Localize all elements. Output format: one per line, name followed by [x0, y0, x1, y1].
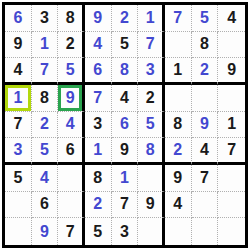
entered-digit: 2	[40, 116, 49, 132]
given-digit: 3	[40, 10, 49, 26]
cell-r2c2[interactable]: 1	[32, 32, 59, 59]
cell-r5c6[interactable]: 5	[138, 112, 165, 139]
given-digit: 6	[66, 142, 75, 158]
cell-r4c9[interactable]	[218, 85, 245, 112]
highlighted-cell-r4c1[interactable]: 1	[5, 85, 32, 112]
given-digit: 9	[120, 142, 129, 158]
entered-digit: 1	[120, 170, 129, 186]
cell-r3c1[interactable]: 4	[5, 58, 32, 85]
cell-r7c9[interactable]	[218, 165, 245, 192]
cell-r9c9[interactable]	[218, 218, 245, 245]
cell-r3c6[interactable]: 3	[138, 58, 165, 85]
cell-r2c4[interactable]: 4	[85, 32, 112, 59]
cell-r5c3[interactable]: 4	[58, 112, 85, 139]
entered-digit: 1	[93, 142, 102, 158]
cell-r5c8[interactable]: 9	[192, 112, 219, 139]
cell-r7c7[interactable]: 9	[165, 165, 192, 192]
cell-r9c5[interactable]: 3	[112, 218, 139, 245]
given-digit: 7	[200, 170, 209, 186]
cell-r3c9[interactable]: 9	[218, 58, 245, 85]
given-digit: 9	[173, 170, 182, 186]
cell-r4c5[interactable]: 4	[112, 85, 139, 112]
given-digit: 5	[13, 170, 22, 186]
given-digit: 4	[13, 62, 22, 78]
entered-digit: 5	[40, 142, 49, 158]
entered-digit: 9	[40, 224, 49, 240]
cell-r3c8[interactable]: 2	[192, 58, 219, 85]
cell-r9c8[interactable]	[192, 218, 219, 245]
entered-digit: 2	[120, 10, 129, 26]
cell-r1c9[interactable]: 4	[218, 5, 245, 32]
given-digit: 5	[120, 36, 129, 52]
cell-r5c5[interactable]: 6	[112, 112, 139, 139]
cell-r7c3[interactable]	[58, 165, 85, 192]
cell-r5c9[interactable]: 1	[218, 112, 245, 139]
cell-r3c5[interactable]: 8	[112, 58, 139, 85]
entered-digit: 1	[146, 10, 155, 26]
given-digit: 9	[146, 196, 155, 212]
cell-r3c2[interactable]: 7	[32, 58, 59, 85]
entered-digit: 6	[13, 10, 22, 26]
entered-digit: 7	[173, 10, 182, 26]
given-digit: 4	[227, 10, 236, 26]
entered-digit: 7	[146, 36, 155, 52]
cell-r5c1[interactable]: 7	[5, 112, 32, 139]
cell-r9c6[interactable]	[138, 218, 165, 245]
entered-digit: 7	[40, 62, 49, 78]
entered-digit: 4	[93, 36, 102, 52]
given-digit: 6	[40, 196, 49, 212]
cell-r9c7[interactable]	[165, 218, 192, 245]
cell-r4c6[interactable]: 2	[138, 85, 165, 112]
given-digit: 9	[227, 62, 236, 78]
cell-r9c1[interactable]	[5, 218, 32, 245]
cell-r4c7[interactable]	[165, 85, 192, 112]
given-digit: 2	[66, 36, 75, 52]
entered-digit: 2	[93, 196, 102, 212]
given-digit: 8	[40, 90, 49, 106]
given-digit: 3	[120, 224, 129, 240]
given-digit: 7	[13, 116, 22, 132]
cell-r6c4[interactable]: 1	[85, 138, 112, 165]
cell-r1c4[interactable]: 9	[85, 5, 112, 32]
cell-r5c2[interactable]: 2	[32, 112, 59, 139]
given-digit: 2	[146, 90, 155, 106]
entered-digit: 5	[200, 10, 209, 26]
cell-r8c2[interactable]: 6	[32, 192, 59, 219]
cell-r8c9[interactable]	[218, 192, 245, 219]
cell-r3c7[interactable]: 1	[165, 58, 192, 85]
given-digit: 7	[227, 142, 236, 158]
entered-digit: 9	[93, 10, 102, 26]
cell-r8c1[interactable]	[5, 192, 32, 219]
cell-r2c7[interactable]	[165, 32, 192, 59]
cell-r7c5[interactable]: 1	[112, 165, 139, 192]
given-digit: 4	[200, 142, 209, 158]
cell-r6c6[interactable]: 8	[138, 138, 165, 165]
cell-r8c7[interactable]: 4	[165, 192, 192, 219]
cell-r1c1[interactable]: 6	[5, 5, 32, 32]
given-digit: 8	[173, 116, 182, 132]
cell-r7c4[interactable]: 8	[85, 165, 112, 192]
cell-r2c8[interactable]: 8	[192, 32, 219, 59]
cell-r6c5[interactable]: 9	[112, 138, 139, 165]
cell-r8c5[interactable]: 7	[112, 192, 139, 219]
cell-r7c1[interactable]: 5	[5, 165, 32, 192]
given-digit: 8	[66, 10, 75, 26]
cell-r6c9[interactable]: 7	[218, 138, 245, 165]
cell-r1c6[interactable]: 1	[138, 5, 165, 32]
cell-r6c7[interactable]: 2	[165, 138, 192, 165]
cell-r7c8[interactable]: 7	[192, 165, 219, 192]
cell-r4c2[interactable]: 8	[32, 85, 59, 112]
cell-r2c6[interactable]: 7	[138, 32, 165, 59]
entered-digit: 8	[146, 142, 155, 158]
entered-digit: 2	[173, 142, 182, 158]
given-digit: 8	[93, 170, 102, 186]
cell-r2c5[interactable]: 5	[112, 32, 139, 59]
entered-digit: 4	[40, 170, 49, 186]
cell-r9c3[interactable]: 7	[58, 218, 85, 245]
cell-r2c3[interactable]: 2	[58, 32, 85, 59]
entered-digit: 4	[66, 116, 75, 132]
given-digit: 7	[66, 224, 75, 240]
cell-r8c4[interactable]: 2	[85, 192, 112, 219]
given-digit: 8	[200, 36, 209, 52]
cell-r6c1[interactable]: 3	[5, 138, 32, 165]
entered-digit: 5	[146, 116, 155, 132]
cell-r1c7[interactable]: 7	[165, 5, 192, 32]
cell-r1c8[interactable]: 5	[192, 5, 219, 32]
given-digit: 4	[120, 90, 129, 106]
entered-digit: 3	[13, 142, 22, 158]
cell-r5c7[interactable]: 8	[165, 112, 192, 139]
entered-digit: 2	[200, 62, 209, 78]
entered-digit: 9	[200, 116, 209, 132]
entered-digit: 5	[66, 62, 75, 78]
cell-r3c3[interactable]: 5	[58, 58, 85, 85]
cell-r1c3[interactable]: 8	[58, 5, 85, 32]
given-digit: 9	[13, 36, 22, 52]
given-digit: 3	[93, 116, 102, 132]
entered-digit: 6	[93, 62, 102, 78]
cell-r8c3[interactable]	[58, 192, 85, 219]
cell-r2c1[interactable]: 9	[5, 32, 32, 59]
sudoku-board: 6389217549124578475683129189742724365891…	[2, 2, 248, 248]
cell-r5c4[interactable]: 3	[85, 112, 112, 139]
cell-r1c2[interactable]: 3	[32, 5, 59, 32]
entered-digit: 1	[40, 36, 49, 52]
cell-r1c5[interactable]: 2	[112, 5, 139, 32]
cell-r6c2[interactable]: 5	[32, 138, 59, 165]
cell-r7c6[interactable]	[138, 165, 165, 192]
highlighted-cell-r4c3[interactable]: 9	[58, 85, 85, 112]
cell-r8c8[interactable]	[192, 192, 219, 219]
given-digit: 1	[173, 62, 182, 78]
given-digit: 4	[173, 196, 182, 212]
cell-r6c3[interactable]: 6	[58, 138, 85, 165]
given-digit: 7	[120, 196, 129, 212]
entered-digit: 1	[13, 90, 22, 106]
cell-r7c2[interactable]: 4	[32, 165, 59, 192]
given-digit: 5	[93, 224, 102, 240]
cell-r4c4[interactable]: 7	[85, 85, 112, 112]
given-digit: 1	[227, 116, 236, 132]
entered-digit: 8	[120, 62, 129, 78]
cell-r9c4[interactable]: 5	[85, 218, 112, 245]
cell-r6c8[interactable]: 4	[192, 138, 219, 165]
entered-digit: 7	[93, 90, 102, 106]
entered-digit: 9	[66, 90, 75, 106]
cell-r3c4[interactable]: 6	[85, 58, 112, 85]
cell-r2c9[interactable]	[218, 32, 245, 59]
cell-r4c8[interactable]	[192, 85, 219, 112]
cell-r8c6[interactable]: 9	[138, 192, 165, 219]
cell-r9c2[interactable]: 9	[32, 218, 59, 245]
entered-digit: 6	[120, 116, 129, 132]
entered-digit: 3	[146, 62, 155, 78]
